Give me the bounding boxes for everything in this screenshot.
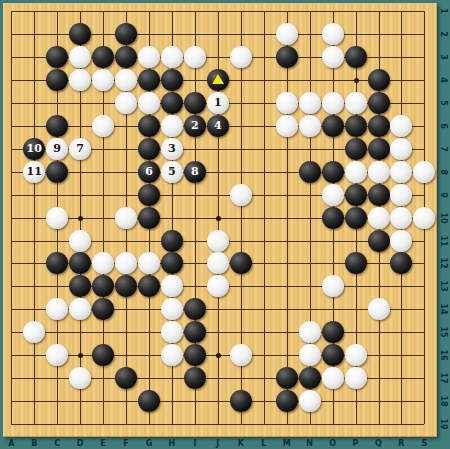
white-stone [345,344,367,366]
white-stone: 7 [69,138,91,160]
star-point [354,78,359,83]
white-stone [390,184,412,206]
row-label: 9 [439,192,448,198]
column-label: P [353,439,359,448]
black-stone [207,69,229,91]
black-stone [322,115,344,137]
black-stone [345,138,367,160]
white-stone [345,92,367,114]
grid-line [264,11,265,424]
column-label: E [100,439,105,448]
white-stone [299,344,321,366]
row-label: 14 [439,304,448,315]
white-stone [413,207,435,229]
black-stone [69,275,91,297]
black-stone [184,321,206,343]
black-stone [322,344,344,366]
star-point [216,353,221,358]
black-stone [46,46,68,68]
white-stone [345,161,367,183]
star-point [78,353,83,358]
white-stone [184,46,206,68]
black-stone [92,298,114,320]
black-stone [138,138,160,160]
move-number-label: 8 [191,166,199,177]
row-label: 5 [439,100,448,106]
black-stone [276,367,298,389]
white-stone [368,298,390,320]
white-stone [390,138,412,160]
row-label: 19 [439,419,448,430]
column-label: C [54,439,60,448]
white-stone [161,46,183,68]
black-stone [138,275,160,297]
column-label: N [306,439,313,448]
black-stone [161,230,183,252]
grid-line [287,11,288,424]
black-stone [368,92,390,114]
white-stone [322,275,344,297]
white-stone [299,321,321,343]
white-stone [161,275,183,297]
row-label: 17 [439,373,448,384]
white-stone [345,367,367,389]
white-stone [161,298,183,320]
black-stone [115,23,137,45]
black-stone [138,184,160,206]
black-stone [322,321,344,343]
black-stone: 8 [184,161,206,183]
black-stone [345,207,367,229]
white-stone [46,298,68,320]
black-stone [368,230,390,252]
black-stone [299,161,321,183]
row-label: 7 [439,146,448,152]
go-game-screenshot: 1241097311658 ABCDEFGHIJKLMNOPQRS 123456… [0,0,450,449]
white-stone [322,367,344,389]
white-stone [276,115,298,137]
white-stone [69,69,91,91]
column-label: R [398,439,404,448]
white-stone [322,92,344,114]
white-stone [299,115,321,137]
black-stone [138,115,160,137]
black-stone [390,252,412,274]
white-stone [115,207,137,229]
white-stone [207,275,229,297]
row-label: 3 [439,54,448,60]
black-stone [161,252,183,274]
row-label: 18 [439,396,448,407]
move-number-label: 4 [214,120,222,131]
white-stone [207,230,229,252]
white-stone [46,207,68,229]
black-stone [322,161,344,183]
black-stone [69,252,91,274]
move-number-label: 3 [168,143,176,154]
black-stone [115,46,137,68]
white-stone [230,46,252,68]
move-number-label: 1 [214,97,222,108]
black-stone [115,367,137,389]
black-stone [138,207,160,229]
white-stone [368,161,390,183]
row-label: 6 [439,123,448,129]
black-stone [46,115,68,137]
column-label: Q [375,439,382,448]
white-stone [322,46,344,68]
white-stone [299,390,321,412]
column-label: B [31,439,37,448]
black-stone: 10 [23,138,45,160]
black-stone [184,298,206,320]
white-stone [390,230,412,252]
black-stone: 6 [138,161,160,183]
black-stone [69,23,91,45]
black-stone [345,115,367,137]
white-stone [23,321,45,343]
white-stone [92,115,114,137]
white-stone [322,23,344,45]
white-stone [161,344,183,366]
black-stone: 2 [184,115,206,137]
white-stone [115,69,137,91]
white-stone [69,298,91,320]
white-stone: 3 [161,138,183,160]
column-label: F [123,439,128,448]
white-stone [161,115,183,137]
white-stone [46,344,68,366]
black-stone [184,92,206,114]
move-number-label: 10 [27,143,42,154]
go-board[interactable]: 1241097311658 [3,3,437,437]
white-stone: 5 [161,161,183,183]
white-stone [390,115,412,137]
star-point [216,216,221,221]
column-label: M [283,439,291,448]
black-stone [92,275,114,297]
column-label: A [8,439,14,448]
white-stone [390,161,412,183]
move-number-label: 9 [53,143,61,154]
move-number-label: 11 [27,166,42,177]
black-stone [46,69,68,91]
white-stone: 9 [46,138,68,160]
black-stone [46,161,68,183]
white-stone [69,367,91,389]
black-stone [299,367,321,389]
black-stone [92,46,114,68]
white-stone [230,184,252,206]
black-stone [46,252,68,274]
black-stone [368,115,390,137]
white-stone [230,344,252,366]
white-stone: 1 [207,92,229,114]
black-stone [276,390,298,412]
white-stone [207,252,229,274]
row-label: 16 [439,350,448,361]
row-label: 15 [439,327,448,338]
row-label: 8 [439,169,448,175]
black-stone [368,138,390,160]
black-stone [115,275,137,297]
black-stone [345,184,367,206]
white-stone [390,207,412,229]
white-stone [92,69,114,91]
white-stone: 11 [23,161,45,183]
grid-line [11,424,424,425]
black-stone [184,344,206,366]
white-stone [138,252,160,274]
black-stone [138,69,160,91]
column-label: H [169,439,176,448]
white-stone [69,46,91,68]
black-stone [230,252,252,274]
black-stone [345,252,367,274]
move-number-label: 7 [76,143,84,154]
white-stone [368,207,390,229]
white-stone [299,92,321,114]
black-stone [368,184,390,206]
black-stone [368,69,390,91]
move-number-label: 6 [145,166,153,177]
black-stone [230,390,252,412]
white-stone [276,92,298,114]
row-label: 1 [439,8,448,14]
star-point [78,216,83,221]
black-stone [276,46,298,68]
white-stone [115,252,137,274]
move-number-label: 5 [168,166,176,177]
black-stone [184,367,206,389]
move-number-label: 2 [191,120,199,131]
grid-line [11,332,424,333]
white-stone [115,92,137,114]
row-label: 12 [439,258,448,269]
row-label: 2 [439,31,448,37]
white-stone [92,252,114,274]
grid-line [11,401,424,402]
black-stone: 4 [207,115,229,137]
column-label: O [329,439,336,448]
white-stone [322,184,344,206]
row-label: 11 [439,235,448,246]
column-label: K [238,439,244,448]
column-label: G [146,439,153,448]
black-stone [161,69,183,91]
white-stone [138,92,160,114]
column-label: L [261,439,266,448]
black-stone [322,207,344,229]
triangle-marker-icon [212,74,224,84]
black-stone [161,92,183,114]
white-stone [161,321,183,343]
column-label: J [216,439,219,448]
white-stone [413,161,435,183]
column-label: S [422,439,428,448]
black-stone [138,390,160,412]
row-label: 13 [439,281,448,292]
white-stone [276,23,298,45]
row-label: 10 [439,212,448,223]
white-stone [138,46,160,68]
black-stone [92,344,114,366]
black-stone [345,46,367,68]
column-label: I [193,439,196,448]
column-label: D [77,439,84,448]
row-label: 4 [439,77,448,83]
white-stone [69,230,91,252]
